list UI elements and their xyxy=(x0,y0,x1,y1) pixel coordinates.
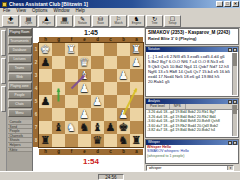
notation-minimize-icon[interactable]: - xyxy=(228,48,232,52)
square-g1[interactable] xyxy=(52,43,65,56)
vertical-tab[interactable] xyxy=(1,86,6,112)
square-c3[interactable] xyxy=(104,69,117,82)
white-rook-a1[interactable]: ♜ xyxy=(132,43,142,56)
square-a1[interactable]: ♜ xyxy=(130,43,143,56)
black-knight-b8[interactable]: ♞ xyxy=(119,134,129,147)
square-e6[interactable]: ♟ xyxy=(78,108,91,121)
square-d4[interactable] xyxy=(91,82,104,95)
square-g6[interactable] xyxy=(52,108,65,121)
sidebar-item-teams[interactable]: Teams xyxy=(8,64,32,72)
square-g4[interactable] xyxy=(52,82,65,95)
square-h3[interactable] xyxy=(39,69,52,82)
black-bishop-d7[interactable]: ♝ xyxy=(93,121,103,134)
sidebar-item-lectures[interactable]: Lectures xyxy=(8,55,32,63)
notation-close-icon[interactable]: x xyxy=(233,48,237,52)
square-g2[interactable] xyxy=(52,56,65,69)
setup-button[interactable]: ☐Setup xyxy=(164,15,181,27)
chat-minimize-icon[interactable]: - xyxy=(228,141,232,145)
square-g3[interactable] xyxy=(52,69,65,82)
square-d6[interactable] xyxy=(91,108,104,121)
square-c6[interactable] xyxy=(104,108,117,121)
white-pawn-d5[interactable]: ♟ xyxy=(93,95,103,108)
white-pawn-b6[interactable]: ♟ xyxy=(119,108,129,121)
square-d7[interactable]: ♝ xyxy=(91,121,104,134)
white-queen-e2[interactable]: ♛ xyxy=(80,56,90,69)
sidebar-mini-kibitz[interactable]: Kibitz xyxy=(8,148,32,153)
player-button[interactable]: ♟Player xyxy=(38,15,55,27)
white-bishop-e3[interactable]: ♝ xyxy=(80,69,90,82)
square-e4[interactable]: ♟ xyxy=(78,82,91,95)
square-f8[interactable] xyxy=(65,134,78,147)
square-f6[interactable] xyxy=(65,108,78,121)
sidebar-item-people[interactable]: People xyxy=(8,91,32,99)
square-a8[interactable]: ♜ xyxy=(130,134,143,147)
black-pawn-h2[interactable]: ♟ xyxy=(41,56,51,69)
black-rook-a8[interactable]: ♜ xyxy=(132,134,142,147)
maximize-button[interactable]: □ xyxy=(224,1,231,7)
sidebar-item-tournaments[interactable]: Tournaments xyxy=(8,37,32,45)
white-rook-f1[interactable]: ♜ xyxy=(67,43,77,56)
square-d5[interactable]: ♟ xyxy=(91,95,104,108)
minimize-button[interactable]: _ xyxy=(216,1,223,7)
session-clock: 24:56 xyxy=(98,174,124,180)
vertical-tab-strip xyxy=(0,28,7,171)
square-b5[interactable] xyxy=(117,95,130,108)
sidebar: Playing RoomTournamentsDatabaseLecturesT… xyxy=(7,28,33,171)
square-a4[interactable] xyxy=(130,82,143,95)
engine-line: -3.82 d=7 18...g4 19.Bd4 Bxb2 20.Bxb2 h4 xyxy=(146,128,238,133)
sidebar-item-playing-room[interactable]: Playing Room xyxy=(8,28,32,36)
game-header: SIMAKOV (2353) - Kasparov_M (2243) Rated… xyxy=(145,28,239,45)
engine-lines[interactable]: -3.26 d=6 18...g4 19.Bd4 Bxb2 20.Rb1 Bg7… xyxy=(146,110,238,133)
square-f5[interactable] xyxy=(65,95,78,108)
board-button[interactable]: ▦Board xyxy=(56,15,73,27)
square-f2[interactable] xyxy=(65,56,78,69)
chevron-down-icon[interactable]: ▾ xyxy=(227,166,233,170)
square-c8[interactable] xyxy=(104,134,117,147)
square-c2[interactable] xyxy=(104,56,117,69)
chat-messages: Whisper HelloSIMAKOV whispers: Hello(whi… xyxy=(146,145,238,158)
chat-window: Whisper - x Whisper HelloSIMAKOV whisper… xyxy=(145,139,239,164)
white-clock: 1:45 xyxy=(39,28,143,37)
square-e8[interactable] xyxy=(78,134,91,147)
notation-titlebar[interactable]: Notation - x xyxy=(146,47,238,52)
square-c4[interactable] xyxy=(104,82,117,95)
square-h1[interactable]: ♚ xyxy=(39,43,52,56)
board-panel: 1:45 hgfedcba 12345678 ♚♜♜♟♛♟♝♟♟♟♟♟♟♝♞♞♝… xyxy=(33,28,144,171)
black-knight-e7[interactable]: ♞ xyxy=(80,121,90,134)
sidebar-item-playing-zone[interactable]: Playing zone xyxy=(8,82,32,90)
square-b2[interactable] xyxy=(117,56,130,69)
save-button[interactable]: ⛁Save xyxy=(92,15,109,27)
square-h8[interactable]: ♜ xyxy=(39,134,52,147)
status-bar: 24:56 xyxy=(0,171,240,180)
title-bar[interactable]: Chess Assistant Club [Blitzwin 1] _ □ ✕ xyxy=(0,0,240,8)
chess-board[interactable]: ♚♜♜♟♛♟♝♟♟♟♟♟♟♝♞♞♝♟♚♜♛♞♜ xyxy=(39,43,143,147)
square-h2[interactable]: ♟ xyxy=(39,56,52,69)
notation-title: Notation xyxy=(148,47,228,52)
square-g7[interactable]: ♝ xyxy=(52,121,65,134)
chat-mode-value: whisper xyxy=(149,166,161,170)
square-a6[interactable] xyxy=(130,108,143,121)
square-h4[interactable] xyxy=(39,82,52,95)
vertical-tab[interactable] xyxy=(1,58,6,84)
engine-minimize-icon[interactable]: - xyxy=(228,100,232,104)
square-a5[interactable] xyxy=(130,95,143,108)
vertical-tab[interactable] xyxy=(1,30,6,56)
engine-column-nps: NPS xyxy=(170,104,186,109)
square-e5[interactable] xyxy=(78,95,91,108)
square-f3[interactable] xyxy=(65,69,78,82)
window-title: Chess Assistant Club [Blitzwin 1] xyxy=(9,0,216,8)
black-rook-h8[interactable]: ♜ xyxy=(41,134,51,147)
engine-window: Analysis - x Post levelNPS -3.26 d=6 18.… xyxy=(145,98,239,138)
engine-close-icon[interactable]: x xyxy=(233,100,237,104)
black-pawn-h5[interactable]: ♟ xyxy=(41,95,51,108)
sidebar-item-web[interactable]: Web xyxy=(8,73,32,81)
square-e2[interactable]: ♛ xyxy=(78,56,91,69)
match-button[interactable]: ⚐Match xyxy=(110,15,127,27)
square-h6[interactable] xyxy=(39,108,52,121)
new-button[interactable]: ✚New xyxy=(2,15,19,27)
square-a7[interactable] xyxy=(130,121,143,134)
square-f7[interactable]: ♞ xyxy=(65,121,78,134)
notation-scrollbar[interactable] xyxy=(232,53,237,95)
white-pawn-a2[interactable]: ♟ xyxy=(132,56,142,69)
square-h5[interactable]: ♟ xyxy=(39,95,52,108)
square-e7[interactable]: ♞ xyxy=(78,121,91,134)
sidebar-item-database[interactable]: Database xyxy=(8,46,32,54)
sidebar-item-menu[interactable]: Menu xyxy=(8,109,32,117)
square-c5[interactable] xyxy=(104,95,117,108)
square-c7[interactable]: ♟ xyxy=(104,121,117,134)
open-button[interactable]: ▤Open xyxy=(20,15,37,27)
engine-scrollbar[interactable] xyxy=(232,105,237,136)
chat-message: (whispered to 1 people) xyxy=(146,154,238,158)
square-a3[interactable] xyxy=(130,69,143,82)
white-pawn-e6[interactable]: ♟ xyxy=(80,108,90,121)
square-g8[interactable] xyxy=(52,134,65,147)
app-icon xyxy=(2,2,7,7)
square-d1[interactable] xyxy=(91,43,104,56)
toolbar: ✚New▤Open♟Player▦Board✎Notate⛁Save⚐Match… xyxy=(0,14,240,28)
square-d3[interactable] xyxy=(91,69,104,82)
white-king-h1[interactable]: ♚ xyxy=(41,43,51,56)
square-b8[interactable]: ♞ xyxy=(117,134,130,147)
sidebar-item-chats[interactable]: Chats xyxy=(8,100,32,108)
event-line: Rated Blitz 3' 0 (Playing) xyxy=(148,36,236,41)
app-window: Chess Assistant Club [Blitzwin 1] _ □ ✕ … xyxy=(0,0,240,180)
black-bishop-g7[interactable]: ♝ xyxy=(54,121,64,134)
chat-close-icon[interactable]: x xyxy=(233,141,237,145)
square-f1[interactable]: ♜ xyxy=(65,43,78,56)
black-queen-d8[interactable]: ♛ xyxy=(93,134,103,147)
engine-button[interactable]: ♞Engine xyxy=(128,15,145,27)
notate-button[interactable]: ✎Notate xyxy=(74,15,91,27)
square-b7[interactable]: ♚ xyxy=(117,121,130,134)
black-king-b7[interactable]: ♚ xyxy=(119,121,129,134)
square-f4[interactable] xyxy=(65,82,78,95)
square-b3[interactable]: ♟ xyxy=(117,69,130,82)
square-d8[interactable]: ♛ xyxy=(91,134,104,147)
square-a2[interactable]: ♟ xyxy=(130,56,143,69)
close-button[interactable]: ✕ xyxy=(232,1,239,7)
square-c1[interactable] xyxy=(104,43,117,56)
white-pawn-b3[interactable]: ♟ xyxy=(119,69,129,82)
black-pawn-c7[interactable]: ♟ xyxy=(106,121,116,134)
square-b6[interactable]: ♟ xyxy=(117,108,130,121)
square-b4[interactable] xyxy=(117,82,130,95)
square-e3[interactable]: ♝ xyxy=(78,69,91,82)
black-clock: 1:54 xyxy=(39,155,143,168)
square-e1[interactable] xyxy=(78,43,91,56)
white-knight-f7[interactable]: ♞ xyxy=(67,121,77,134)
right-panel: SIMAKOV (2353) - Kasparov_M (2243) Rated… xyxy=(144,28,240,171)
engine-column-post-level: Post level xyxy=(146,104,170,109)
notation-window: Notation - x [...] 1.e4 c6 2.Nf3 d5 3.ex… xyxy=(145,46,239,97)
square-d2[interactable] xyxy=(91,56,104,69)
move-list[interactable]: [...] 1.e4 c6 2.Nf3 d5 3.exd5 cxd5 4.d4 … xyxy=(147,53,233,95)
white-pawn-e4[interactable]: ♟ xyxy=(80,82,90,95)
square-g5[interactable] xyxy=(52,95,65,108)
square-b1[interactable] xyxy=(117,43,130,56)
tree-button[interactable]: ↻Tree xyxy=(146,15,163,27)
square-h7[interactable] xyxy=(39,121,52,134)
